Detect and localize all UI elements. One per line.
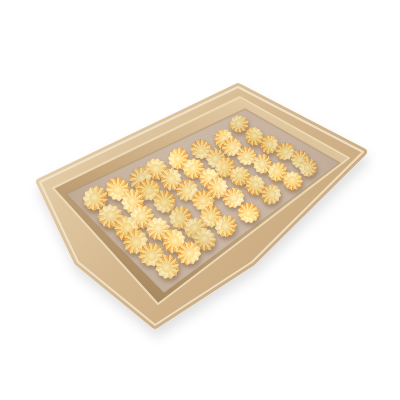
- cookie: [154, 254, 181, 279]
- cookie: [214, 215, 238, 237]
- scene: [0, 0, 400, 400]
- cookie-grid: [0, 0, 400, 400]
- cookie: [282, 171, 303, 191]
- cookie: [237, 202, 260, 223]
- cookie: [260, 184, 282, 205]
- cookie-swirl: [280, 168, 306, 193]
- cookie-swirl: [257, 180, 285, 209]
- cookie-swirl: [150, 249, 185, 285]
